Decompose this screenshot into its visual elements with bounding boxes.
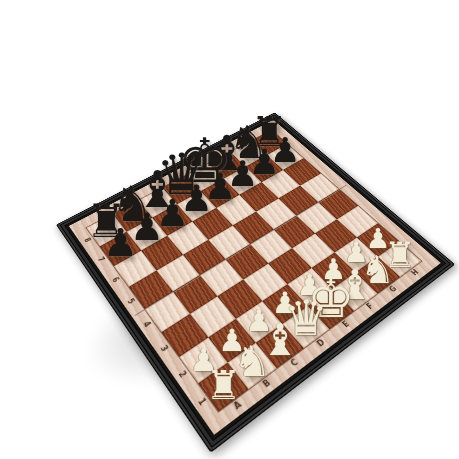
- product-photo-scene: 87654321 ABCDEFGH ♜︎♞︎♝︎♛︎♚︎♝︎♞︎♜︎♟︎♟︎♟︎…: [0, 0, 459, 459]
